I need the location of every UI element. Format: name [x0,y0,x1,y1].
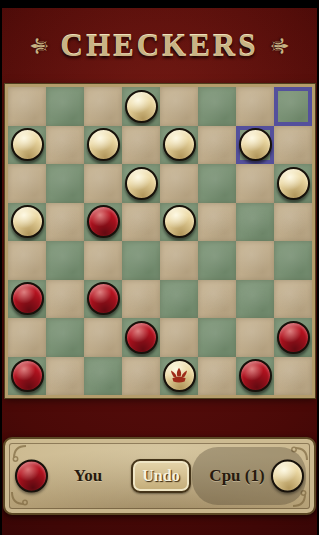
fleur-ornament-right-icon: ⚜ [267,35,291,57]
board-square[interactable] [274,318,312,357]
cream-piece[interactable] [277,167,310,200]
cream-piece[interactable] [239,128,272,161]
corner-flourish-icon [9,489,29,509]
board-square[interactable] [122,241,160,280]
board-square[interactable] [84,280,122,319]
board-square[interactable] [274,164,312,203]
board-square[interactable] [160,203,198,242]
cream-piece[interactable] [125,167,158,200]
board-square[interactable] [122,87,160,126]
board-square[interactable] [46,126,84,165]
cpu-label: Cpu (1) [198,466,276,486]
board-square[interactable] [160,126,198,165]
board-square[interactable] [198,318,236,357]
board-square[interactable] [8,203,46,242]
cream-piece[interactable] [87,128,120,161]
cream-king-piece[interactable] [163,359,196,392]
board-square[interactable] [84,318,122,357]
board-square[interactable] [46,280,84,319]
you-piece-indicator [15,460,48,493]
board-square[interactable] [8,87,46,126]
red-piece[interactable] [125,321,158,354]
cream-piece[interactable] [163,205,196,238]
red-piece[interactable] [11,282,44,315]
board-square[interactable] [84,164,122,203]
red-piece[interactable] [87,282,120,315]
board-square[interactable] [8,357,46,396]
board-square[interactable] [46,241,84,280]
board-square[interactable] [160,87,198,126]
app-screen: ⚜ CHECKERS ⚜ You Undo Cpu (1) [2,8,317,535]
board-frame [5,84,315,398]
board-square[interactable] [198,126,236,165]
board-square[interactable] [236,357,274,396]
board-square[interactable] [84,357,122,396]
board-square[interactable] [236,203,274,242]
fleur-ornament-left-icon: ⚜ [28,35,52,57]
board-square[interactable] [274,126,312,165]
cream-piece[interactable] [163,128,196,161]
app-title: CHECKERS [61,28,259,64]
board-square[interactable] [122,357,160,396]
crown-icon [169,366,189,386]
board-square[interactable] [84,241,122,280]
board-square[interactable] [160,318,198,357]
control-bar: You Undo Cpu (1) [3,437,316,515]
board-square[interactable] [46,87,84,126]
board-square[interactable] [160,280,198,319]
board-square-last-move-highlight[interactable] [274,87,312,126]
board-square[interactable] [8,280,46,319]
board-square[interactable] [46,357,84,396]
cream-piece[interactable] [125,90,158,123]
board-square[interactable] [8,126,46,165]
board-square[interactable] [236,164,274,203]
checkers-board [8,87,312,395]
board-square[interactable] [84,203,122,242]
board-square[interactable] [122,126,160,165]
board-square[interactable] [84,87,122,126]
undo-button[interactable]: Undo [131,459,191,493]
board-square[interactable] [160,164,198,203]
red-piece[interactable] [277,321,310,354]
board-square[interactable] [46,164,84,203]
board-square[interactable] [8,241,46,280]
board-square-last-move-highlight[interactable] [236,126,274,165]
board-square[interactable] [122,164,160,203]
cpu-piece-indicator [271,460,304,493]
board-square[interactable] [236,241,274,280]
board-square[interactable] [122,280,160,319]
you-label: You [57,466,119,486]
board-square[interactable] [236,87,274,126]
board-square[interactable] [8,318,46,357]
board-square[interactable] [46,203,84,242]
board-square[interactable] [122,318,160,357]
board-square[interactable] [198,203,236,242]
board-square[interactable] [198,357,236,396]
board-square[interactable] [274,241,312,280]
board-square[interactable] [84,126,122,165]
board-square[interactable] [160,241,198,280]
board-square[interactable] [236,280,274,319]
board-square[interactable] [8,164,46,203]
board-square[interactable] [198,164,236,203]
cream-piece[interactable] [11,205,44,238]
board-square[interactable] [236,318,274,357]
board-square[interactable] [198,241,236,280]
board-square[interactable] [274,280,312,319]
board-square[interactable] [198,280,236,319]
board-square[interactable] [46,318,84,357]
red-piece[interactable] [87,205,120,238]
board-square[interactable] [122,203,160,242]
board-square[interactable] [274,203,312,242]
board-square[interactable] [198,87,236,126]
red-piece[interactable] [239,359,272,392]
cream-piece[interactable] [11,128,44,161]
board-square[interactable] [160,357,198,396]
red-piece[interactable] [11,359,44,392]
board-square[interactable] [274,357,312,396]
title-bar: ⚜ CHECKERS ⚜ [2,8,317,84]
